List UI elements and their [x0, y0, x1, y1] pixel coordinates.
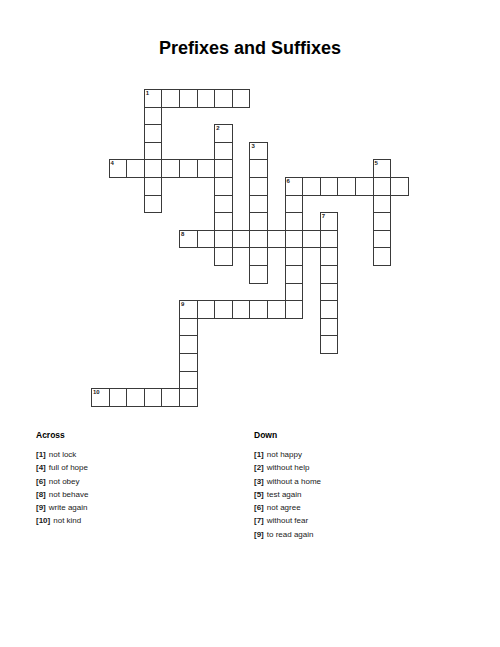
clue-item: [6]not agree [254, 501, 464, 514]
cell-number: 3 [251, 143, 254, 150]
worksheet-page: Prefixes and Suffixes 12345678910 Across… [0, 0, 500, 647]
grid-cell[interactable] [214, 230, 233, 249]
grid-cell[interactable] [249, 177, 268, 196]
grid-cell[interactable] [144, 388, 163, 407]
grid-cell[interactable] [285, 247, 304, 266]
clue-number-label: [6] [254, 503, 264, 512]
grid-cell[interactable] [126, 388, 145, 407]
clue-number-label: [10] [36, 516, 50, 525]
clue-item: [10]not kind [36, 514, 246, 527]
grid-cell[interactable] [197, 300, 216, 319]
grid-cell[interactable] [144, 142, 163, 161]
grid-cell[interactable] [179, 371, 198, 390]
grid-cell[interactable] [214, 212, 233, 231]
cell-number: 6 [287, 178, 290, 185]
cell-number: 4 [111, 160, 114, 167]
grid-cell[interactable] [144, 159, 163, 178]
clue-number-label: [6] [36, 477, 46, 486]
clue-number-label: [1] [36, 450, 46, 459]
grid-cell[interactable] [373, 247, 392, 266]
clue-item: [4]full of hope [36, 461, 246, 474]
grid-cell[interactable] [320, 230, 339, 249]
grid-cell[interactable] [179, 335, 198, 354]
grid-cell[interactable] [267, 230, 286, 249]
grid-cell[interactable] [179, 89, 198, 108]
grid-cell[interactable]: 3 [249, 142, 268, 161]
clue-item: [9]write again [36, 501, 246, 514]
cell-number: 10 [93, 389, 100, 396]
grid-cell[interactable] [144, 177, 163, 196]
clue-item: [2]without help [254, 461, 464, 474]
grid-cell[interactable] [249, 159, 268, 178]
clue-text: test again [267, 490, 302, 499]
grid-cell[interactable] [390, 177, 409, 196]
grid-cell[interactable] [320, 300, 339, 319]
clue-text: to read again [267, 530, 314, 539]
grid-cell[interactable] [179, 318, 198, 337]
clue-item: [8]not behave [36, 488, 246, 501]
grid-cell[interactable]: 4 [109, 159, 128, 178]
grid-cell[interactable] [179, 159, 198, 178]
grid-cell[interactable] [214, 89, 233, 108]
grid-cell[interactable] [320, 335, 339, 354]
grid-cell[interactable] [214, 142, 233, 161]
grid-cell[interactable] [355, 177, 374, 196]
cell-number: 7 [322, 213, 325, 220]
grid-cell[interactable] [373, 195, 392, 214]
clue-text: not lock [49, 450, 77, 459]
grid-cell[interactable]: 6 [285, 177, 304, 196]
clue-text: not behave [49, 490, 89, 499]
clue-item: [1]not lock [36, 448, 246, 461]
cell-number: 5 [375, 160, 378, 167]
grid-cell[interactable] [373, 212, 392, 231]
clue-item: [1]not happy [254, 448, 464, 461]
grid-cell[interactable] [302, 230, 321, 249]
clue-number-label: [3] [254, 477, 264, 486]
cell-number: 9 [181, 301, 184, 308]
grid-cell[interactable] [285, 265, 304, 284]
grid-cell[interactable]: 5 [373, 159, 392, 178]
down-clue-list: [1]not happy[2]without help[3]without a … [254, 448, 464, 541]
grid-cell[interactable] [249, 230, 268, 249]
grid-cell[interactable] [232, 300, 251, 319]
clue-number-label: [5] [254, 490, 264, 499]
grid-cell[interactable] [249, 247, 268, 266]
clue-text: not agree [267, 503, 301, 512]
grid-cell[interactable] [320, 177, 339, 196]
grid-cell[interactable] [214, 159, 233, 178]
grid-cell[interactable]: 2 [214, 124, 233, 143]
grid-cell[interactable] [320, 265, 339, 284]
grid-cell[interactable] [267, 300, 286, 319]
grid-cell[interactable] [214, 300, 233, 319]
grid-cell[interactable] [214, 247, 233, 266]
grid-cell[interactable] [161, 388, 180, 407]
grid-cell[interactable] [197, 89, 216, 108]
grid-cell[interactable]: 7 [320, 212, 339, 231]
grid-cell[interactable] [249, 195, 268, 214]
grid-cell[interactable] [144, 124, 163, 143]
grid-cell[interactable]: 10 [91, 388, 110, 407]
grid-cell[interactable] [179, 353, 198, 372]
grid-cell[interactable] [285, 283, 304, 302]
clue-text: full of hope [49, 463, 88, 472]
clue-text: without a home [267, 477, 321, 486]
grid-cell[interactable] [320, 318, 339, 337]
grid-cell[interactable]: 9 [179, 300, 198, 319]
cell-number: 1 [146, 90, 149, 97]
grid-cell[interactable] [285, 195, 304, 214]
grid-cell[interactable] [249, 300, 268, 319]
clue-text: not kind [53, 516, 81, 525]
clue-number-label: [4] [36, 463, 46, 472]
clue-number-label: [9] [254, 530, 264, 539]
grid-cell[interactable] [144, 107, 163, 126]
grid-cell[interactable] [249, 265, 268, 284]
grid-cell[interactable] [373, 177, 392, 196]
grid-cell[interactable] [285, 212, 304, 231]
clue-item: [3]without a home [254, 475, 464, 488]
grid-cell[interactable] [144, 195, 163, 214]
grid-cell[interactable] [214, 195, 233, 214]
clue-item: [9]to read again [254, 528, 464, 541]
grid-cell[interactable]: 1 [144, 89, 163, 108]
puzzle-title: Prefixes and Suffixes [0, 38, 500, 59]
across-heading: Across [36, 430, 246, 440]
across-clue-list: [1]not lock[4]full of hope[6]not obey[8]… [36, 448, 246, 528]
clue-text: write again [49, 503, 88, 512]
grid-cell[interactable] [320, 283, 339, 302]
grid-cell[interactable] [337, 177, 356, 196]
cell-number: 8 [181, 231, 184, 238]
clue-item: [6]not obey [36, 475, 246, 488]
clue-number-label: [1] [254, 450, 264, 459]
grid-cell[interactable] [249, 212, 268, 231]
clue-item: [7]without fear [254, 514, 464, 527]
grid-cell[interactable] [161, 159, 180, 178]
crossword-grid: 12345678910 [91, 89, 409, 407]
grid-cell[interactable] [285, 300, 304, 319]
clue-text: not happy [267, 450, 302, 459]
clue-number-label: [7] [254, 516, 264, 525]
grid-cell[interactable] [214, 177, 233, 196]
grid-cell[interactable] [320, 247, 339, 266]
grid-cell[interactable] [197, 230, 216, 249]
clue-number-label: [2] [254, 463, 264, 472]
grid-cell[interactable] [285, 230, 304, 249]
clue-text: not obey [49, 477, 80, 486]
cell-number: 2 [216, 125, 219, 132]
grid-cell[interactable] [232, 89, 251, 108]
grid-cell[interactable] [373, 230, 392, 249]
grid-cell[interactable] [197, 159, 216, 178]
grid-cell[interactable] [109, 388, 128, 407]
clue-item: [5]test again [254, 488, 464, 501]
grid-cell[interactable] [232, 230, 251, 249]
clue-text: without fear [267, 516, 308, 525]
grid-cell[interactable] [126, 159, 145, 178]
clue-number-label: [8] [36, 490, 46, 499]
grid-cell[interactable] [161, 89, 180, 108]
grid-cell[interactable] [302, 177, 321, 196]
grid-cell[interactable]: 8 [179, 230, 198, 249]
down-heading: Down [254, 430, 464, 440]
clue-text: without help [267, 463, 310, 472]
grid-cell[interactable] [179, 388, 198, 407]
clue-number-label: [9] [36, 503, 46, 512]
across-clues-section: Across [1]not lock[4]full of hope[6]not … [36, 430, 246, 528]
down-clues-section: Down [1]not happy[2]without help[3]witho… [254, 430, 464, 541]
